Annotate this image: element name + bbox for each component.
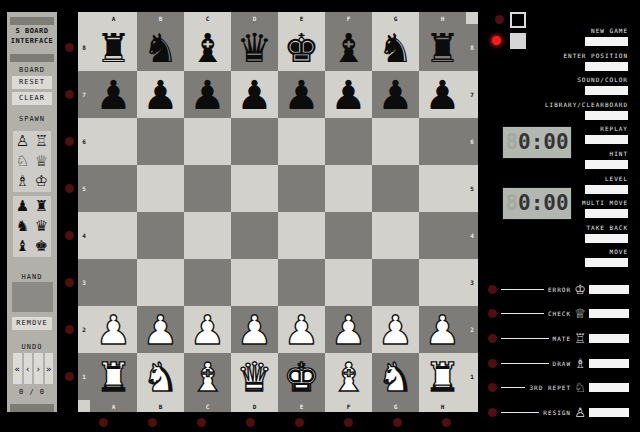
new-game-button[interactable] [585,37,628,46]
square-a6[interactable] [90,118,137,165]
undo-controls: « ‹ › » [13,353,53,384]
square-h5[interactable] [419,165,466,212]
black-piece-r-h8: ♜ [425,28,461,68]
menu-item-take-back: TAKE BACK [520,224,628,249]
redo-button[interactable]: › [34,353,43,384]
square-f4[interactable] [325,212,372,259]
queen-icon: ♕ [573,306,587,321]
square-d8[interactable]: ♛ [231,24,278,71]
indicator-row-error: ERROR ♔ [488,277,629,302]
square-e5[interactable] [278,165,325,212]
move-button[interactable] [585,258,628,267]
rank-label-left-8: 8 [78,24,90,71]
square-c5[interactable] [184,165,231,212]
white-piece-p-f2: ♟ [331,310,367,350]
draw-led [488,359,497,368]
level-label: LEVEL [520,175,628,183]
indicator-row-mate: MATE ♖ [488,326,629,351]
square-e6[interactable] [278,118,325,165]
white-piece-r-h1: ♜ [425,357,461,397]
spawn-white-pawn[interactable]: ♙ [13,131,32,151]
rank-led-6 [65,137,74,146]
app-title-line1: S BOARD [7,26,57,36]
bishop-icon: ♗ [573,356,587,371]
file-label-top-e: E [278,12,325,24]
black-piece-p-h7: ♟ [425,75,461,115]
square-d4[interactable] [231,212,278,259]
menu-item-move: MOVE [520,248,628,273]
divider-bar [10,54,54,62]
file-label-top-d: D [231,12,278,24]
redo-last-button[interactable]: » [45,353,54,384]
spawn-black-queen[interactable]: ♛ [32,216,51,236]
square-a4[interactable] [90,212,137,259]
black-piece-q-d8: ♛ [237,28,273,68]
knight-icon: ♘ [573,380,587,395]
mate-label: MATE [553,335,571,342]
file-label-top-b: B [137,12,184,24]
rank-led-2 [65,325,74,334]
square-h2[interactable]: ♟ [419,306,466,353]
bishop-button[interactable] [589,359,629,368]
hand-section-label: HAND [7,273,57,281]
pawn-icon: ♙ [573,405,587,420]
square-f6[interactable] [325,118,372,165]
black-piece-p-b7: ♟ [143,75,179,115]
rank-led-5 [65,184,74,193]
clock-ghost-digit: 8 [505,191,518,215]
undo-first-button[interactable]: « [13,353,22,384]
black-piece-p-f7: ♟ [331,75,367,115]
sound-color-label: SOUND/COLOR [520,76,628,84]
file-label-bottom-b: B [137,400,184,412]
file-led-h [442,418,451,427]
rank-label-left-1: 1 [78,353,90,400]
menu-item-library-clearboard: LIBRARY/CLEARBOARD [520,101,628,126]
divider-bar [10,404,54,412]
chess-board: ABCDEFGH8♜♞♝♛♚♝♞♜87♟♟♟♟♟♟♟♟7665544332♟♟♟… [78,12,478,412]
square-d5[interactable] [231,165,278,212]
repetition-led [488,383,497,392]
rank-label-left-4: 4 [78,212,90,259]
white-turn-led [492,36,501,45]
spawn-white-queen[interactable]: ♕ [32,151,51,171]
file-label-bottom-d: D [231,400,278,412]
indicator-row-check: CHECK ♕ [488,302,629,327]
library-clearboard-label: LIBRARY/CLEARBOARD [520,101,628,109]
error-label: ERROR [548,286,571,293]
square-a5[interactable] [90,165,137,212]
chess-computer-interface: S BOARD INTERFACE BOARD RESET CLEAR SPAW… [0,0,640,432]
black-piece-p-d7: ♟ [237,75,273,115]
square-a8[interactable]: ♜ [90,24,137,71]
black-piece-k-e8: ♚ [284,28,320,68]
undo-counter: 0 / 0 [7,388,57,396]
repetition-label: 3RD REPET [529,384,571,391]
spawn-white-palette: ♙ ♖ ♘ ♕ ♗ ♔ [13,131,51,192]
file-label-top-g: G [372,12,419,24]
square-c6[interactable] [184,118,231,165]
square-e7[interactable]: ♟ [278,71,325,118]
square-a3[interactable] [90,259,137,306]
square-e8[interactable]: ♚ [278,24,325,71]
file-led-d [246,418,255,427]
new-game-label: NEW GAME [520,27,628,35]
menu-item-sound-color: SOUND/COLOR [520,76,628,101]
spawn-white-rook[interactable]: ♖ [32,131,51,151]
square-d3[interactable] [231,259,278,306]
black-piece-n-g8: ♞ [378,28,414,68]
rank-label-right-2: 2 [466,306,478,353]
menu-item-hint: HINT [520,150,628,175]
rank-label-left-2: 2 [78,306,90,353]
hand-display[interactable] [12,282,53,312]
file-led-a [99,418,108,427]
undo-section-label: UNDO [7,343,57,351]
square-b2[interactable]: ♟ [137,306,184,353]
hint-button[interactable] [585,160,628,169]
board-corner [78,400,90,412]
square-f3[interactable] [325,259,372,306]
square-a7[interactable]: ♟ [90,71,137,118]
spawn-black-king[interactable]: ♚ [32,237,51,257]
square-c1[interactable]: ♝ [184,353,231,400]
file-label-bottom-g: G [372,400,419,412]
file-label-bottom-h: H [419,400,466,412]
draw-label: DRAW [553,360,571,367]
king-button[interactable] [589,285,629,294]
file-label-top-c: C [184,12,231,24]
square-b3[interactable] [137,259,184,306]
hint-label: HINT [520,150,628,158]
multi-move-label: MULTI MOVE [520,199,628,207]
black-piece-p-e7: ♟ [284,75,320,115]
square-d2[interactable]: ♟ [231,306,278,353]
board-corner [466,400,478,412]
board-corner [78,12,90,24]
file-label-bottom-a: A [90,400,137,412]
square-c4[interactable] [184,212,231,259]
black-turn-led [495,15,504,24]
white-piece-b-f1: ♝ [331,357,367,397]
take-back-button[interactable] [585,234,628,243]
square-c3[interactable] [184,259,231,306]
app-title-line2: INTERFACE [7,36,57,46]
clear-button[interactable]: CLEAR [12,92,52,105]
check-label: CHECK [548,310,571,317]
app-title: S BOARD INTERFACE [7,26,57,46]
rank-label-right-4: 4 [466,212,478,259]
move-label: MOVE [520,248,628,256]
menu-item-enter-position: ENTER POSITION [520,52,628,77]
rank-label-right-1: 1 [466,353,478,400]
square-h3[interactable] [419,259,466,306]
rank-label-right-8: 8 [466,24,478,71]
rank-led-8 [65,43,74,52]
file-led-c [197,418,206,427]
remove-button[interactable]: REMOVE [12,317,52,330]
file-led-f [344,418,353,427]
level-button[interactable] [585,185,628,194]
square-b8[interactable]: ♞ [137,24,184,71]
square-g6[interactable] [372,118,419,165]
take-back-label: TAKE BACK [520,224,628,232]
square-b5[interactable] [137,165,184,212]
rank-label-right-6: 6 [466,118,478,165]
square-f5[interactable] [325,165,372,212]
rank-label-right-3: 3 [466,259,478,306]
square-g4[interactable] [372,212,419,259]
black-side-square [510,12,526,28]
file-label-top-h: H [419,12,466,24]
rank-led-4 [65,231,74,240]
reset-button[interactable]: RESET [12,76,52,89]
mate-led [488,334,497,343]
white-piece-n-g1: ♞ [378,357,414,397]
pawn-button[interactable] [589,408,629,417]
black-piece-p-g7: ♟ [378,75,414,115]
indicator-row-draw: DRAW ♗ [488,351,629,376]
board-corner [466,12,478,24]
rook-button[interactable] [589,334,629,343]
square-f7[interactable]: ♟ [325,71,372,118]
square-b4[interactable] [137,212,184,259]
replay-button[interactable] [585,135,628,144]
menu-item-replay: REPLAY [520,125,628,150]
check-led [488,309,497,318]
spawn-black-rook[interactable]: ♜ [32,196,51,216]
white-piece-k-e1: ♚ [284,357,320,397]
square-f1[interactable]: ♝ [325,353,372,400]
white-piece-p-b2: ♟ [143,310,179,350]
status-indicator-column: ERROR ♔ CHECK ♕ MATE ♖ DRAW ♗ 3RD REPET … [488,277,629,425]
error-led [488,285,497,294]
square-h8[interactable]: ♜ [419,24,466,71]
enter-position-label: ENTER POSITION [520,52,628,60]
replay-label: REPLAY [520,125,628,133]
resign-label: RESIGN [543,409,571,416]
indicator-row-resign: RESIGN ♙ [488,400,629,425]
square-d1[interactable]: ♛ [231,353,278,400]
square-g5[interactable] [372,165,419,212]
knight-button[interactable] [589,383,629,392]
square-e2[interactable]: ♟ [278,306,325,353]
black-piece-r-a8: ♜ [96,28,132,68]
square-a1[interactable]: ♜ [90,353,137,400]
file-label-bottom-f: F [325,400,372,412]
black-piece-p-a7: ♟ [96,75,132,115]
square-g1[interactable]: ♞ [372,353,419,400]
square-b1[interactable]: ♞ [137,353,184,400]
white-piece-p-h2: ♟ [425,310,461,350]
spawn-white-bishop[interactable]: ♗ [13,172,32,192]
white-piece-n-b1: ♞ [143,357,179,397]
spawn-black-pawn[interactable]: ♟ [13,196,32,216]
queen-button[interactable] [589,309,629,318]
white-piece-p-a2: ♟ [96,310,132,350]
rank-led-1 [65,372,74,381]
white-piece-p-e2: ♟ [284,310,320,350]
square-g8[interactable]: ♞ [372,24,419,71]
spawn-black-knight[interactable]: ♞ [13,216,32,236]
clock-ghost-digit: 8 [505,130,518,154]
file-led-b [148,418,157,427]
multi-move-button[interactable] [585,209,628,218]
square-g2[interactable]: ♟ [372,306,419,353]
board-section-label: BOARD [7,66,57,74]
file-led-g [393,418,402,427]
white-piece-p-g2: ♟ [378,310,414,350]
undo-back-button[interactable]: ‹ [24,353,33,384]
rank-label-right-5: 5 [466,165,478,212]
file-label-bottom-c: C [184,400,231,412]
file-label-top-f: F [325,12,372,24]
menu-item-new-game: NEW GAME [520,27,628,52]
rank-label-left-7: 7 [78,71,90,118]
square-h7[interactable]: ♟ [419,71,466,118]
white-piece-r-a1: ♜ [96,357,132,397]
square-h1[interactable]: ♜ [419,353,466,400]
file-label-bottom-e: E [278,400,325,412]
rank-label-left-5: 5 [78,165,90,212]
square-c7[interactable]: ♟ [184,71,231,118]
spawn-white-king[interactable]: ♔ [32,172,51,192]
square-a2[interactable]: ♟ [90,306,137,353]
function-button-column: NEW GAME ENTER POSITION SOUND/COLOR LIBR… [520,27,628,273]
divider-bar [10,17,54,25]
square-b6[interactable] [137,118,184,165]
white-piece-p-c2: ♟ [190,310,226,350]
king-icon: ♔ [573,282,587,297]
black-piece-n-b8: ♞ [143,28,179,68]
square-d6[interactable] [231,118,278,165]
file-label-top-a: A [90,12,137,24]
white-piece-b-c1: ♝ [190,357,226,397]
square-g3[interactable] [372,259,419,306]
rank-label-left-3: 3 [78,259,90,306]
black-piece-b-c8: ♝ [190,28,226,68]
square-e1[interactable]: ♚ [278,353,325,400]
spawn-black-palette: ♟ ♜ ♞ ♛ ♝ ♚ [13,196,51,257]
enter-position-button[interactable] [585,62,628,71]
black-piece-p-c7: ♟ [190,75,226,115]
library-clearboard-button[interactable] [585,111,628,120]
spawn-black-bishop[interactable]: ♝ [13,237,32,257]
rank-led-7 [65,90,74,99]
rank-label-left-6: 6 [78,118,90,165]
menu-item-level: LEVEL [520,175,628,200]
spawn-white-knight[interactable]: ♘ [13,151,32,171]
square-f2[interactable]: ♟ [325,306,372,353]
sound-color-button[interactable] [585,86,628,95]
resign-led [488,408,497,417]
rank-label-right-7: 7 [466,71,478,118]
menu-item-multi-move: MULTI MOVE [520,199,628,224]
sidebar: S BOARD INTERFACE BOARD RESET CLEAR SPAW… [7,12,57,412]
square-h6[interactable] [419,118,466,165]
square-c8[interactable]: ♝ [184,24,231,71]
file-led-e [295,418,304,427]
square-d7[interactable]: ♟ [231,71,278,118]
square-c2[interactable]: ♟ [184,306,231,353]
white-piece-p-d2: ♟ [237,310,273,350]
black-piece-b-f8: ♝ [331,28,367,68]
rook-icon: ♖ [573,331,587,346]
white-piece-q-d1: ♛ [237,357,273,397]
square-b7[interactable]: ♟ [137,71,184,118]
square-e4[interactable] [278,212,325,259]
square-f8[interactable]: ♝ [325,24,372,71]
spawn-section-label: SPAWN [7,115,57,123]
square-g7[interactable]: ♟ [372,71,419,118]
rank-led-3 [65,278,74,287]
indicator-row-3rd-repet: 3RD REPET ♘ [488,375,629,400]
square-h4[interactable] [419,212,466,259]
square-e3[interactable] [278,259,325,306]
